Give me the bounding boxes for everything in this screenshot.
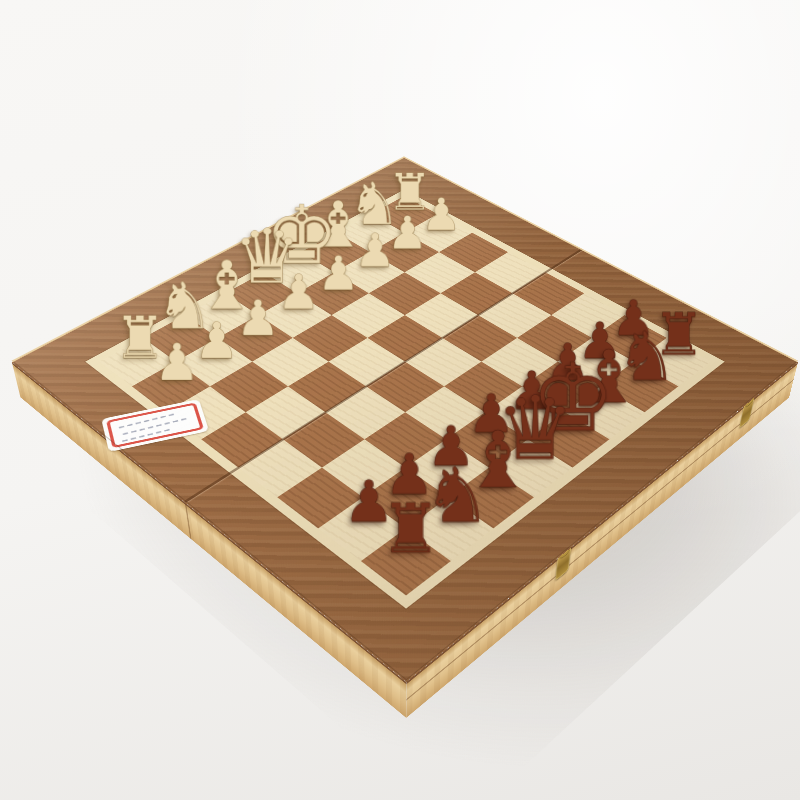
handwriting-line: [122, 428, 172, 441]
box-lid-seam: [185, 505, 191, 540]
handwriting-line: [119, 414, 174, 429]
chess-board: ♜♞♝♛♚♝♞♜♟♟♟♟♟♟♟♟♟♟♟♟♟♟♟♟♜♞♝♛♚♝♞♜: [12, 157, 798, 681]
piece-white-pawn: ♟: [116, 337, 239, 388]
piece-black-rook: ♜: [340, 494, 481, 562]
product-photo-scene: ♜♞♝♛♚♝♞♜♟♟♟♟♟♟♟♟♟♟♟♟♟♟♟♟♜♞♝♛♚♝♞♜: [0, 0, 800, 800]
